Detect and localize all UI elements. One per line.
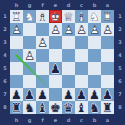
square-a4[interactable]	[101, 49, 114, 62]
square-b8[interactable]: ♞	[88, 101, 101, 114]
file-label-a: a	[101, 115, 114, 125]
piece-bN: ♞	[88, 101, 101, 114]
square-c4[interactable]	[75, 49, 88, 62]
square-e2[interactable]: ♟♙	[49, 23, 62, 36]
piece-wP: ♟♙	[49, 23, 62, 36]
square-b6[interactable]	[88, 75, 101, 88]
piece-wN: ♞♘	[23, 10, 36, 23]
square-b7[interactable]: ♟	[88, 88, 101, 101]
file-label-e: e	[49, 0, 62, 10]
rank-label-6: 6	[115, 75, 125, 88]
piece-bP: ♟	[62, 88, 75, 101]
square-h2[interactable]: ♟♙	[10, 23, 23, 36]
square-c7[interactable]: ♟	[75, 88, 88, 101]
square-a7[interactable]: ♟	[101, 88, 114, 101]
square-e8[interactable]: ♚	[49, 101, 62, 114]
piece-wB: ♝♗	[36, 10, 49, 23]
square-a6[interactable]	[101, 75, 114, 88]
file-label-d: d	[62, 115, 75, 125]
piece-bR: ♜	[101, 101, 114, 114]
square-b4[interactable]	[88, 49, 101, 62]
file-label-e: e	[49, 115, 62, 125]
square-f1[interactable]: ♝♗	[36, 10, 49, 23]
piece-bB: ♝	[36, 101, 49, 114]
piece-bP: ♟	[49, 62, 62, 75]
square-e3[interactable]	[49, 36, 62, 49]
file-label-c: c	[75, 0, 88, 10]
file-label-g: g	[23, 115, 36, 125]
rank-label-2: 2	[0, 23, 10, 36]
rank-label-2: 2	[115, 23, 125, 36]
piece-wP: ♟♙	[88, 23, 101, 36]
square-h8[interactable]: ♜	[10, 101, 23, 114]
square-a3[interactable]	[101, 36, 114, 49]
piece-wR: ♜♖	[10, 10, 23, 23]
square-d1[interactable]: ♛♕	[62, 10, 75, 23]
square-d4[interactable]	[62, 49, 75, 62]
rank-label-5: 5	[115, 62, 125, 75]
rank-label-4: 4	[0, 49, 10, 62]
square-c1[interactable]: ♝♗	[75, 10, 88, 23]
square-f3[interactable]: ♟♙	[36, 36, 49, 49]
piece-bK: ♚	[49, 101, 62, 114]
file-label-d: d	[62, 0, 75, 10]
square-g1[interactable]: ♞♘	[23, 10, 36, 23]
rank-label-4: 4	[115, 49, 125, 62]
piece-wP: ♟♙	[36, 36, 49, 49]
file-label-b: b	[88, 115, 101, 125]
piece-wK: ♚♔	[49, 10, 62, 23]
rank-label-7: 7	[0, 88, 10, 101]
file-label-h: h	[10, 115, 23, 125]
file-label-f: f	[36, 115, 49, 125]
piece-wN: ♞♘	[88, 10, 101, 23]
square-f8[interactable]: ♝	[36, 101, 49, 114]
piece-bB: ♝	[75, 101, 88, 114]
piece-bP: ♟	[88, 88, 101, 101]
piece-wP: ♟♙	[75, 23, 88, 36]
piece-bP: ♟	[75, 88, 88, 101]
rank-label-8: 8	[115, 101, 125, 114]
square-c8[interactable]: ♝	[75, 101, 88, 114]
square-d2[interactable]: ♟♙	[62, 23, 75, 36]
square-e5[interactable]: ♟	[49, 62, 62, 75]
square-a2[interactable]: ♟♙	[101, 23, 114, 36]
piece-bP: ♟	[23, 88, 36, 101]
rank-label-6: 6	[0, 75, 10, 88]
square-e7[interactable]	[49, 88, 62, 101]
square-h6[interactable]	[10, 75, 23, 88]
square-h3[interactable]	[10, 36, 23, 49]
square-c2[interactable]: ♟♙	[75, 23, 88, 36]
piece-wP: ♟♙	[10, 23, 23, 36]
rank-label-3: 3	[0, 36, 10, 49]
square-e6[interactable]	[49, 75, 62, 88]
file-labels-top: hgfedcba	[10, 0, 114, 10]
square-g4[interactable]: ♟♙	[23, 49, 36, 62]
file-label-b: b	[88, 0, 101, 10]
square-g5[interactable]	[23, 62, 36, 75]
rank-label-1: 1	[115, 10, 125, 23]
piece-wR: ♜♖	[101, 10, 114, 23]
square-e1[interactable]: ♚♔	[49, 10, 62, 23]
square-h1[interactable]: ♜♖	[10, 10, 23, 23]
square-g7[interactable]: ♟	[23, 88, 36, 101]
piece-bP: ♟	[36, 88, 49, 101]
piece-wP: ♟♙	[23, 49, 36, 62]
square-d5[interactable]	[62, 62, 75, 75]
piece-wP: ♟♙	[101, 23, 114, 36]
square-h5[interactable]	[10, 62, 23, 75]
file-label-c: c	[75, 115, 88, 125]
rank-labels-right: 12345678	[115, 10, 125, 114]
square-g8[interactable]: ♞	[23, 101, 36, 114]
square-g6[interactable]	[23, 75, 36, 88]
rank-label-1: 1	[0, 10, 10, 23]
square-c6[interactable]	[75, 75, 88, 88]
chess-board-frame: hgfedcba hgfedcba 12345678 12345678 ♜♖♞♘…	[0, 0, 125, 125]
square-f5[interactable]	[36, 62, 49, 75]
square-d6[interactable]	[62, 75, 75, 88]
square-c5[interactable]	[75, 62, 88, 75]
square-b1[interactable]: ♞♘	[88, 10, 101, 23]
square-b2[interactable]: ♟♙	[88, 23, 101, 36]
square-d3[interactable]	[62, 36, 75, 49]
file-label-g: g	[23, 0, 36, 10]
square-c3[interactable]	[75, 36, 88, 49]
piece-bQ: ♛	[62, 101, 75, 114]
square-d8[interactable]: ♛	[62, 101, 75, 114]
square-d7[interactable]: ♟	[62, 88, 75, 101]
piece-bP: ♟	[101, 88, 114, 101]
square-f7[interactable]: ♟	[36, 88, 49, 101]
rank-label-3: 3	[115, 36, 125, 49]
file-label-h: h	[10, 0, 23, 10]
square-b5[interactable]	[88, 62, 101, 75]
square-b3[interactable]	[88, 36, 101, 49]
square-a5[interactable]	[101, 62, 114, 75]
square-e4[interactable]	[49, 49, 62, 62]
square-h7[interactable]: ♟	[10, 88, 23, 101]
square-f6[interactable]	[36, 75, 49, 88]
piece-wQ: ♛♕	[62, 10, 75, 23]
piece-bP: ♟	[10, 88, 23, 101]
rank-label-5: 5	[0, 62, 10, 75]
square-g3[interactable]	[23, 36, 36, 49]
chess-board: ♜♖♞♘♝♗♚♔♛♕♝♗♞♘♜♖♟♙♟♙♟♙♟♙♟♙♟♙♟♙♟♙♟♟♟♟♟♟♟♟…	[10, 10, 114, 114]
square-f4[interactable]	[36, 49, 49, 62]
square-f2[interactable]	[36, 23, 49, 36]
square-h4[interactable]	[10, 49, 23, 62]
file-label-a: a	[101, 0, 114, 10]
rank-label-7: 7	[115, 88, 125, 101]
rank-labels-left: 12345678	[0, 10, 10, 114]
square-a1[interactable]: ♜♖	[101, 10, 114, 23]
piece-wB: ♝♗	[75, 10, 88, 23]
file-labels-bottom: hgfedcba	[10, 115, 114, 125]
rank-label-8: 8	[0, 101, 10, 114]
square-g2[interactable]	[23, 23, 36, 36]
file-label-f: f	[36, 0, 49, 10]
square-a8[interactable]: ♜	[101, 101, 114, 114]
piece-wP: ♟♙	[62, 23, 75, 36]
piece-bR: ♜	[10, 101, 23, 114]
piece-bN: ♞	[23, 101, 36, 114]
